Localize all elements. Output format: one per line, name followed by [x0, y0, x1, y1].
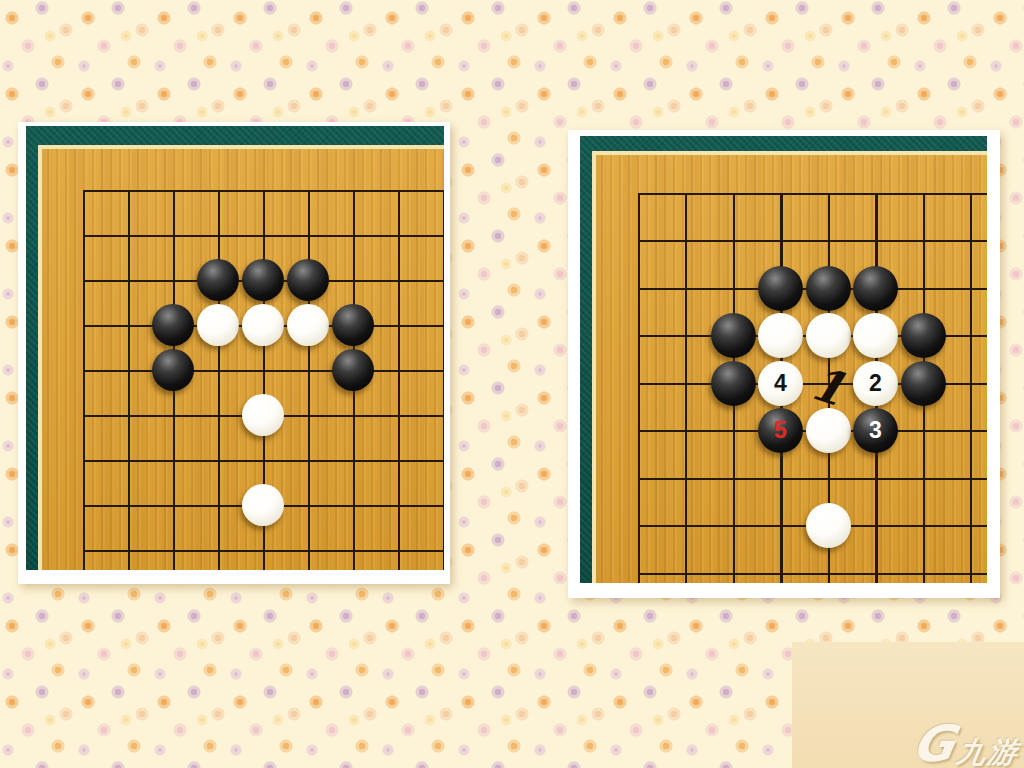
stone-black [152, 304, 194, 346]
goban-problem [38, 145, 444, 570]
stone-black [901, 361, 946, 406]
stone-white [242, 394, 284, 436]
table-felt-left [26, 126, 444, 570]
stone-white [853, 313, 898, 358]
table-felt-right: 42531 [580, 136, 987, 583]
stone-white [806, 313, 851, 358]
stone-white [287, 304, 329, 346]
go-board-panel-solution: 42531 [568, 130, 1000, 598]
stone-white [242, 304, 284, 346]
stone-white [758, 313, 803, 358]
stone-black [711, 313, 756, 358]
stone-black [901, 313, 946, 358]
page-background: { "game": "go", "description": "Two go (… [0, 0, 1024, 768]
stone-white [806, 503, 851, 548]
move-number-label: 2 [869, 372, 882, 395]
stone-black [758, 266, 803, 311]
goban-solution: 42531 [592, 151, 987, 583]
stone-black [711, 361, 756, 406]
9game-g-icon: G [909, 722, 958, 767]
move-number-label: 5 [774, 419, 787, 442]
move-number-label: 4 [774, 372, 787, 395]
stone-black-move-3: 3 [853, 408, 898, 453]
9game-logo-text: 九游 [954, 737, 1021, 767]
stone-white [242, 484, 284, 526]
stone-white-move-2: 2 [853, 361, 898, 406]
9game-watermark-logo: G 九游 [913, 722, 1019, 767]
stone-black [332, 304, 374, 346]
stone-black [287, 259, 329, 301]
stone-black [853, 266, 898, 311]
stone-white [197, 304, 239, 346]
stone-black [242, 259, 284, 301]
go-board-panel-problem [18, 122, 450, 584]
stone-black [152, 349, 194, 391]
stone-white [806, 408, 851, 453]
stone-black [332, 349, 374, 391]
stone-black [806, 266, 851, 311]
stone-black-move-5: 5 [758, 408, 803, 453]
move-number-label: 3 [869, 419, 882, 442]
stone-white-move-4: 4 [758, 361, 803, 406]
stone-black [197, 259, 239, 301]
watermark-block: G 九游 [792, 642, 1024, 768]
